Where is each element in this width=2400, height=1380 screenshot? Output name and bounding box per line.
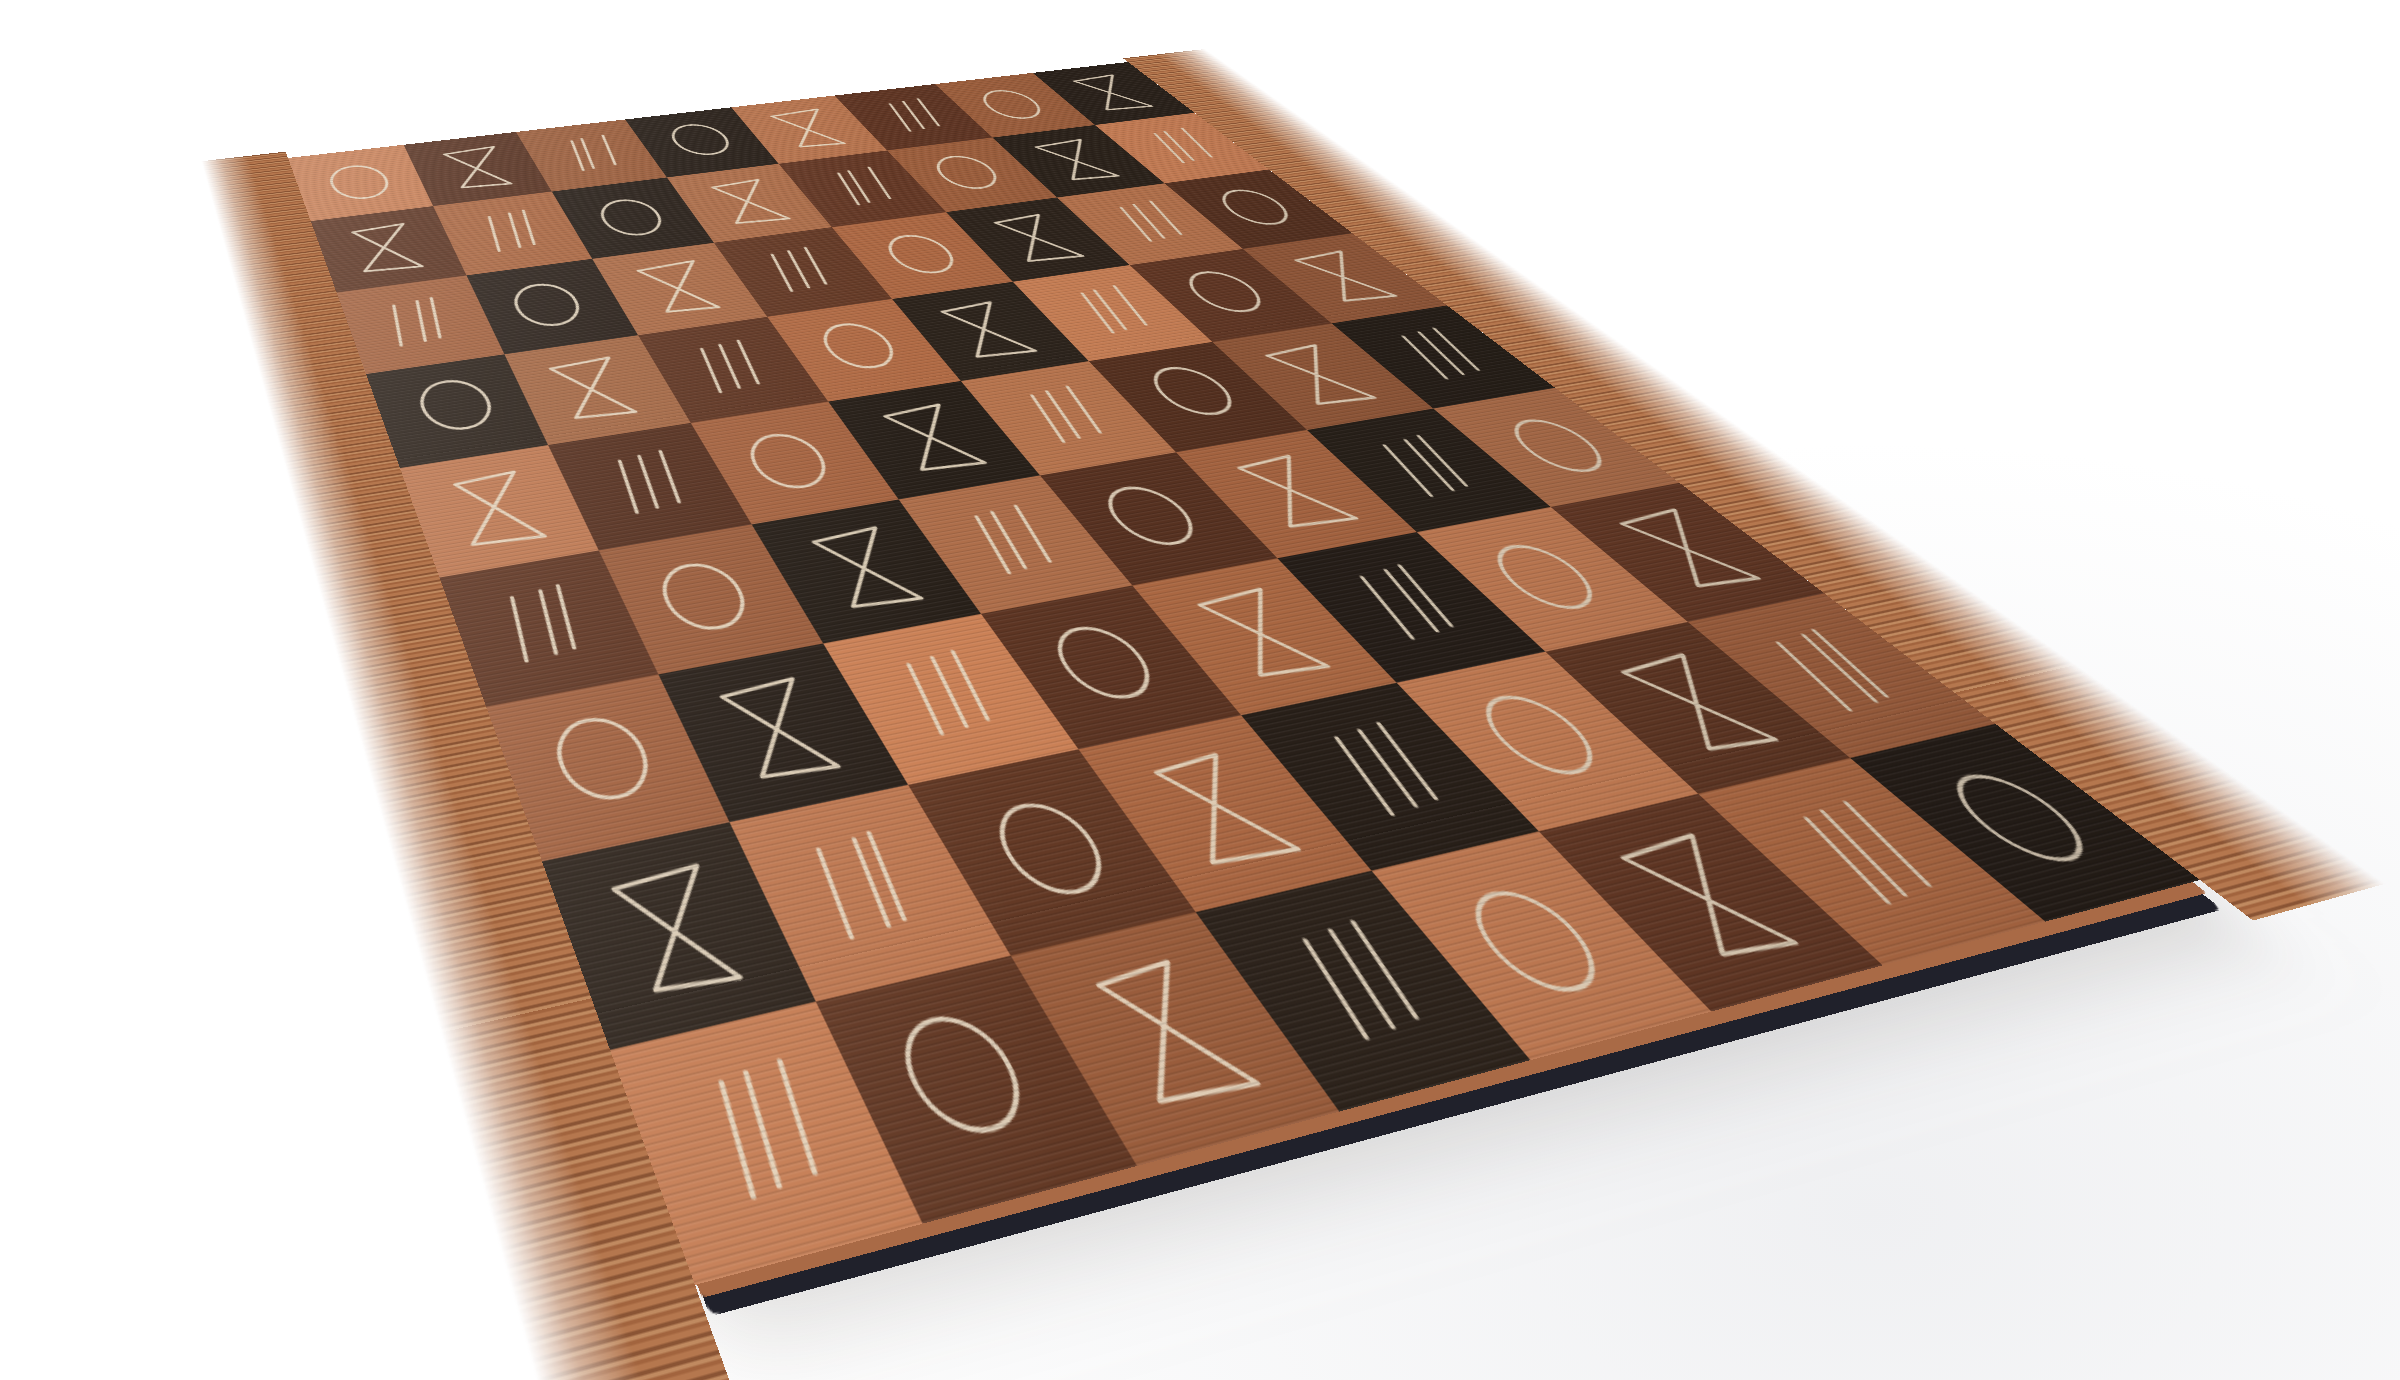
checkerboard-rug [288,62,2200,1285]
product-photo-scene [0,0,2400,1380]
